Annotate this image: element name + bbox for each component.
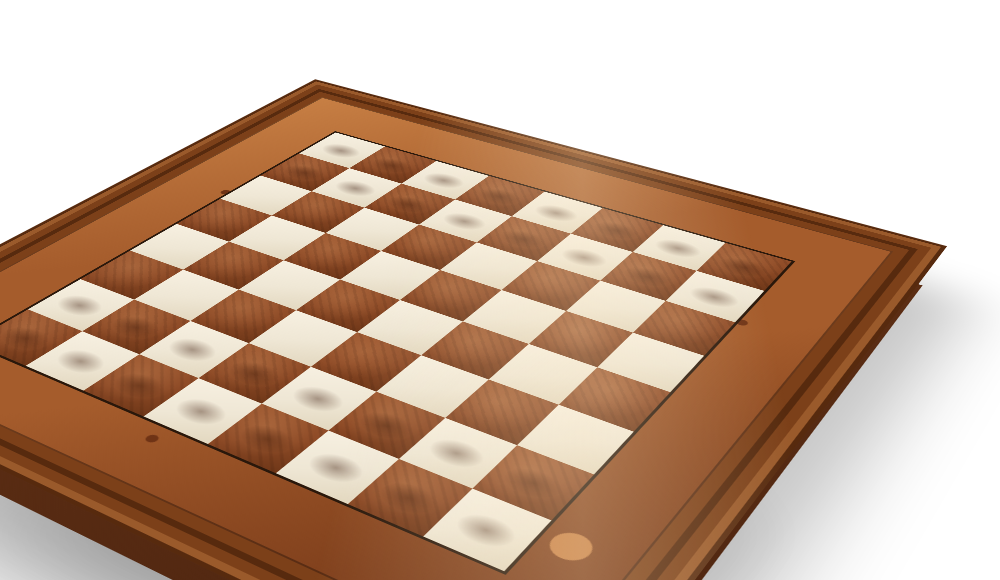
piece-contact-shadow <box>349 406 421 445</box>
piece-contact-shadow <box>298 447 373 489</box>
square-h2[interactable]: ♟ <box>473 445 595 521</box>
square-h6[interactable] <box>633 301 735 356</box>
square-f2[interactable]: ♟ <box>328 391 445 459</box>
square-h3[interactable] <box>518 405 634 474</box>
piece-contact-shadow <box>494 462 570 506</box>
square-h4[interactable] <box>559 367 670 431</box>
white-pawn-g2[interactable]: ♟ <box>364 405 552 453</box>
piece-contact-shadow <box>419 433 493 474</box>
white-pawn-h2[interactable]: ♟ <box>436 432 631 483</box>
black-pawn-h7[interactable]: ♟ <box>627 262 796 297</box>
piece-contact-shadow <box>446 507 526 555</box>
square-h7[interactable]: ♟ <box>666 271 764 322</box>
square-d1[interactable]: ♛ <box>144 378 262 444</box>
square-g2[interactable]: ♟ <box>398 417 517 488</box>
square-g5[interactable] <box>528 311 633 367</box>
piece-contact-shadow <box>370 476 448 521</box>
square-f1[interactable]: ♝ <box>276 431 399 504</box>
white-king-e1[interactable]: ♚ <box>176 373 364 439</box>
piece-contact-shadow <box>282 381 352 418</box>
square-e4[interactable] <box>357 300 462 355</box>
piece-contact-shadow <box>230 419 303 459</box>
piece-contact-shadow <box>104 368 174 404</box>
square-f3[interactable] <box>376 355 488 417</box>
photo-scene: ♜♞♝♛♚♝♞♜♟♟♟♟♟♟♟♟♟♟♟♟♟♟♟♟♜♞♝♛♚♝♞♜ <box>0 0 1000 580</box>
square-f4[interactable] <box>421 321 528 379</box>
white-pawn-f2[interactable]: ♟ <box>296 380 479 425</box>
white-bishop-f1[interactable]: ♝ <box>242 408 433 468</box>
square-h1[interactable]: ♜ <box>423 489 551 571</box>
square-g4[interactable] <box>488 344 597 405</box>
white-rook-h1[interactable]: ♜ <box>387 471 589 530</box>
square-e1[interactable]: ♚ <box>208 404 328 473</box>
square-g1[interactable]: ♞ <box>347 459 472 537</box>
square-g3[interactable] <box>445 379 559 445</box>
piece-contact-shadow <box>165 393 236 431</box>
white-knight-g1[interactable]: ♞ <box>312 435 508 498</box>
chess-board: ♜♞♝♛♚♝♞♜♟♟♟♟♟♟♟♟♟♟♟♟♟♟♟♟♜♞♝♛♚♝♞♜ <box>0 131 795 575</box>
square-h5[interactable] <box>598 333 704 392</box>
